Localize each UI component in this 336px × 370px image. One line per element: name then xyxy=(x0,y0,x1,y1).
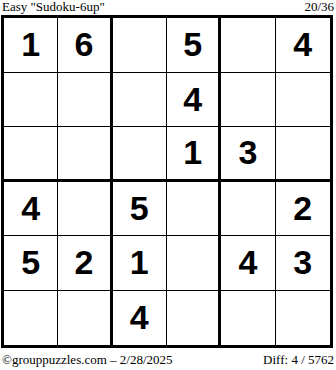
cell-r1c6[interactable]: 4 xyxy=(276,18,330,73)
cell-r4c5[interactable] xyxy=(221,182,275,237)
copyright-text: ©grouppuzzles.com – 2/28/2025 xyxy=(2,352,173,368)
cell-r4c4[interactable] xyxy=(167,182,221,237)
cell-r1c3[interactable] xyxy=(113,18,167,73)
cell-r3c6[interactable] xyxy=(276,127,330,182)
page-title: Easy "Sudoku-6up" xyxy=(2,0,105,14)
cell-r2c2[interactable] xyxy=(58,73,112,128)
cell-r6c6[interactable] xyxy=(276,291,330,346)
sudoku-board: 1654413452521434 xyxy=(1,15,333,348)
cell-r5c2[interactable]: 2 xyxy=(58,236,112,291)
progress-count: 20/36 xyxy=(304,0,334,14)
cell-r6c5[interactable] xyxy=(221,291,275,346)
cell-r2c5[interactable] xyxy=(221,73,275,128)
cell-r2c6[interactable] xyxy=(276,73,330,128)
cell-r1c2[interactable]: 6 xyxy=(58,18,112,73)
cell-r3c5[interactable]: 3 xyxy=(221,127,275,182)
cell-r3c4[interactable]: 1 xyxy=(167,127,221,182)
cell-r1c1[interactable]: 1 xyxy=(4,18,58,73)
cell-r2c3[interactable] xyxy=(113,73,167,128)
cell-r5c6[interactable]: 3 xyxy=(276,236,330,291)
cell-r6c3[interactable]: 4 xyxy=(113,291,167,346)
cell-r2c1[interactable] xyxy=(4,73,58,128)
cell-r3c3[interactable] xyxy=(113,127,167,182)
puzzle-page: Easy "Sudoku-6up" 20/36 1654413452521434… xyxy=(0,0,336,370)
cell-r5c5[interactable]: 4 xyxy=(221,236,275,291)
header: Easy "Sudoku-6up" 20/36 xyxy=(2,0,334,15)
cell-r3c2[interactable] xyxy=(58,127,112,182)
cell-r3c1[interactable] xyxy=(4,127,58,182)
cell-r4c1[interactable]: 4 xyxy=(4,182,58,237)
cell-r1c5[interactable] xyxy=(221,18,275,73)
cell-r2c4[interactable]: 4 xyxy=(167,73,221,128)
difficulty-text: Diff: 4 / 5762 xyxy=(263,352,334,368)
cell-r6c4[interactable] xyxy=(167,291,221,346)
footer: ©grouppuzzles.com – 2/28/2025 Diff: 4 / … xyxy=(2,351,334,368)
cell-r4c6[interactable]: 2 xyxy=(276,182,330,237)
cell-r5c3[interactable]: 1 xyxy=(113,236,167,291)
cell-r4c2[interactable] xyxy=(58,182,112,237)
cell-r5c4[interactable] xyxy=(167,236,221,291)
cell-r6c2[interactable] xyxy=(58,291,112,346)
cell-r5c1[interactable]: 5 xyxy=(4,236,58,291)
cell-r1c4[interactable]: 5 xyxy=(167,18,221,73)
cell-r4c3[interactable]: 5 xyxy=(113,182,167,237)
cell-r6c1[interactable] xyxy=(4,291,58,346)
